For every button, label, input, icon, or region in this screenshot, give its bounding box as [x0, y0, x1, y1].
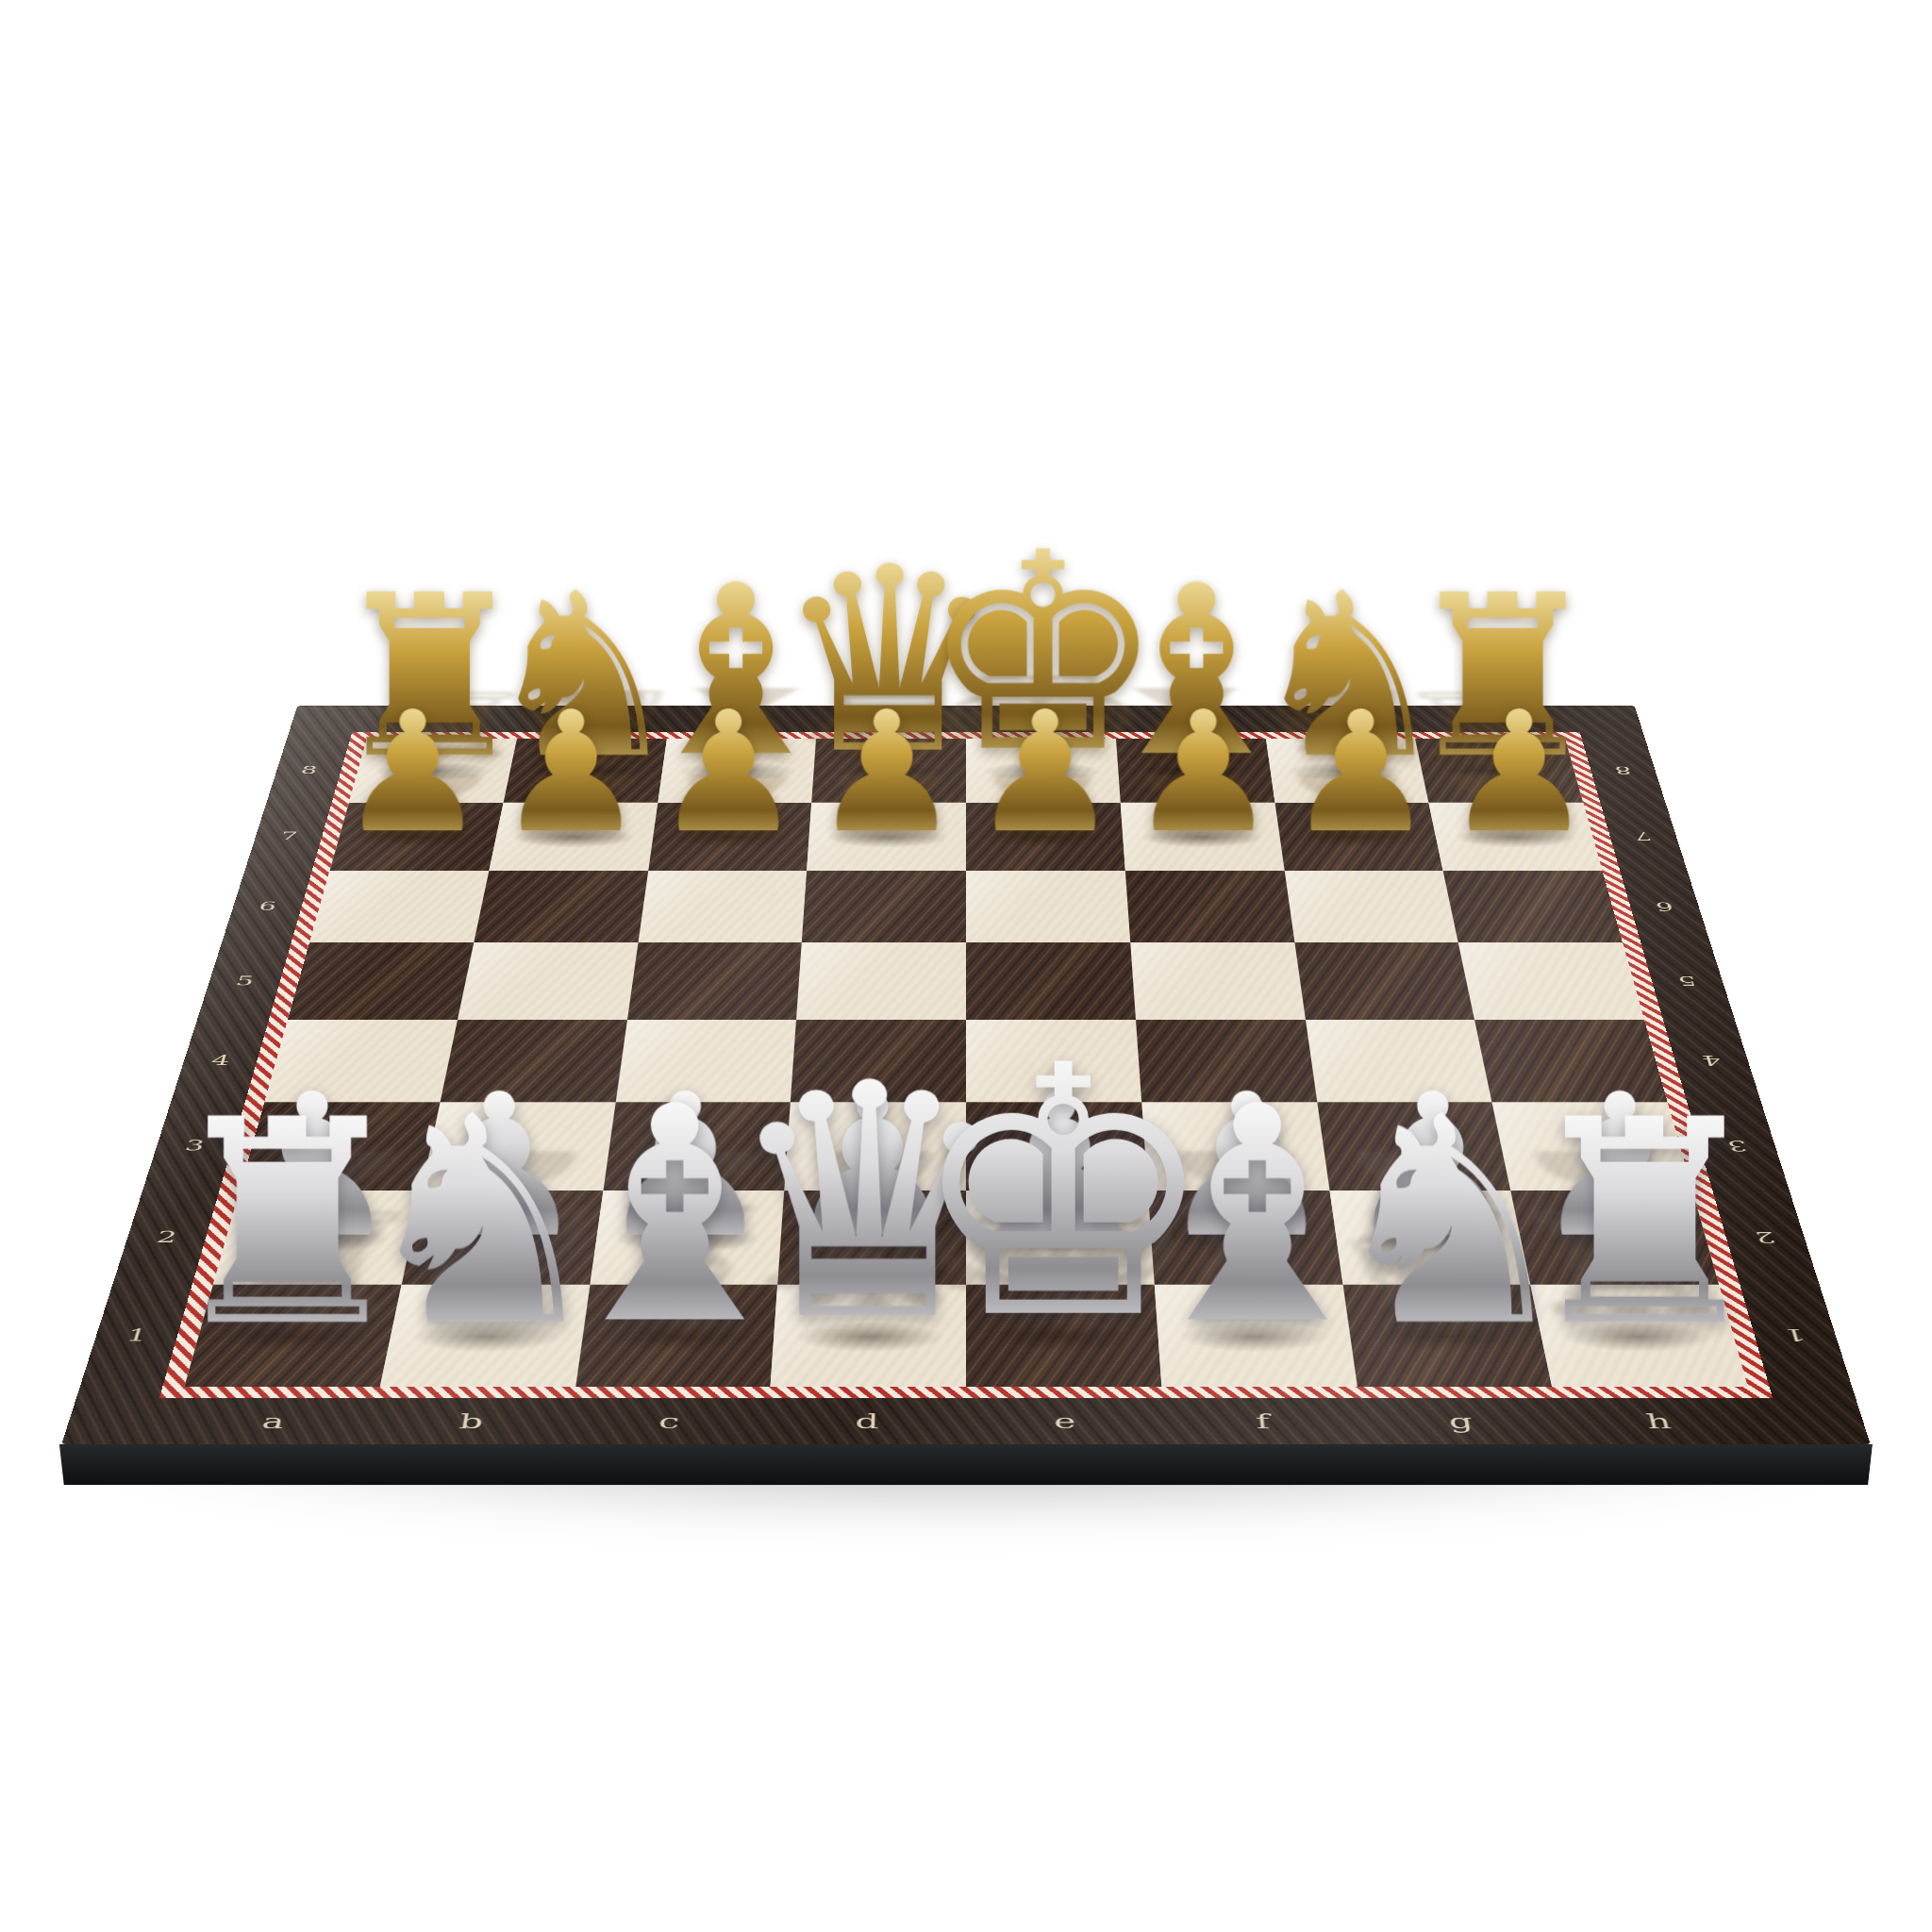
perspective-container: ♜♜♞♞♝♝♛♛♚♚♝♝♞♞♜♜♟♟♟♟♟♟♟♟♟♟♟♟♟♟♟♟♟♟♟♟♟♟♟♟… — [0, 0, 1932, 1932]
square-h1[interactable]: ♜♜ — [1531, 1285, 1748, 1387]
scene: ♜♜♞♞♝♝♛♛♚♚♝♝♞♞♜♜♟♟♟♟♟♟♟♟♟♟♟♟♟♟♟♟♟♟♟♟♟♟♟♟… — [0, 0, 1932, 1932]
square-c5[interactable] — [627, 943, 803, 1021]
file-label-a: a — [171, 1409, 375, 1434]
board-edge — [59, 1444, 1873, 1485]
file-label-h: h — [1557, 1409, 1760, 1434]
gold-pawn-icon: ♟ — [654, 690, 804, 857]
square-b5[interactable] — [458, 943, 638, 1021]
square-a6[interactable] — [309, 871, 489, 943]
square-h6[interactable] — [1443, 871, 1623, 943]
file-label-d: d — [767, 1409, 966, 1434]
square-c6[interactable] — [638, 871, 807, 943]
gold-pawn-icon: ♟ — [1287, 690, 1437, 857]
gold-pawn-icon: ♟ — [970, 690, 1120, 857]
file-label-f: f — [1163, 1409, 1363, 1434]
file-label-c: c — [569, 1409, 769, 1434]
square-g5[interactable] — [1294, 943, 1474, 1021]
square-c7[interactable]: ♟♟ — [648, 803, 812, 871]
square-b6[interactable] — [474, 871, 648, 943]
square-a7[interactable]: ♟♟ — [330, 803, 504, 871]
square-g7[interactable]: ♟♟ — [1274, 803, 1443, 871]
square-f6[interactable] — [1125, 871, 1294, 943]
gold-pawn-icon: ♟ — [338, 690, 488, 857]
silver-rook-icon: ♜ — [1518, 1083, 1772, 1366]
square-h7[interactable]: ♟♟ — [1429, 803, 1603, 871]
gold-pawn-icon: ♟ — [1444, 690, 1594, 857]
square-d6[interactable] — [802, 871, 966, 943]
square-b7[interactable]: ♟♟ — [489, 803, 658, 871]
square-a5[interactable] — [288, 943, 474, 1021]
playing-area: ♜♜♞♞♝♝♛♛♚♚♝♝♞♞♜♜♟♟♟♟♟♟♟♟♟♟♟♟♟♟♟♟♟♟♟♟♟♟♟♟… — [159, 732, 1774, 1399]
gold-pawn-icon: ♟ — [812, 690, 962, 857]
gold-pawn-icon: ♟ — [496, 690, 646, 857]
square-h5[interactable] — [1458, 943, 1644, 1021]
square-g6[interactable] — [1284, 871, 1458, 943]
gold-pawn-icon: ♟ — [1128, 690, 1278, 857]
square-d7[interactable]: ♟♟ — [807, 803, 966, 871]
square-e7[interactable]: ♟♟ — [966, 803, 1125, 871]
square-f7[interactable]: ♟♟ — [1121, 803, 1285, 871]
square-e6[interactable] — [966, 871, 1130, 943]
file-labels: a b c d e f g h — [168, 1399, 1764, 1445]
file-label-e: e — [966, 1409, 1165, 1434]
file-label-g: g — [1360, 1409, 1562, 1434]
file-label-b: b — [370, 1409, 572, 1434]
board-grid: ♜♜♞♞♝♝♛♛♚♚♝♝♞♞♜♜♟♟♟♟♟♟♟♟♟♟♟♟♟♟♟♟♟♟♟♟♟♟♟♟… — [184, 739, 1747, 1387]
chessboard: ♜♜♞♞♝♝♛♛♚♚♝♝♞♞♜♜♟♟♟♟♟♟♟♟♟♟♟♟♟♟♟♟♟♟♟♟♟♟♟♟… — [61, 707, 1870, 1445]
